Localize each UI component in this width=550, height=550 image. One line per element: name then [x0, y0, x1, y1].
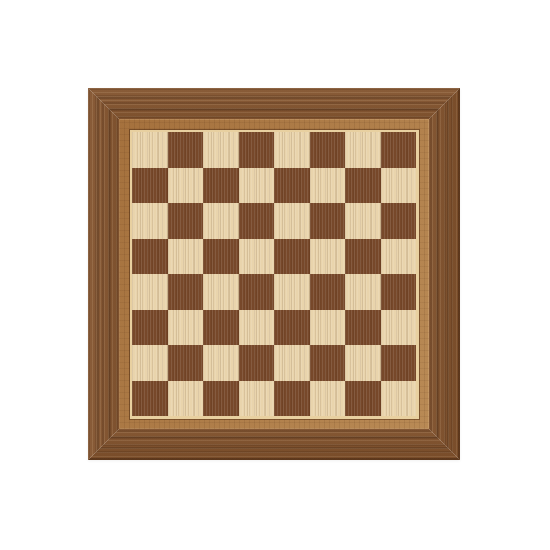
square-f2[interactable]: [310, 345, 346, 381]
square-g3[interactable]: [345, 310, 381, 346]
square-b7[interactable]: [168, 168, 204, 204]
square-h5[interactable]: [381, 239, 417, 275]
square-b3[interactable]: [168, 310, 204, 346]
square-d6[interactable]: [239, 203, 275, 239]
square-a4[interactable]: [132, 274, 168, 310]
square-c6[interactable]: [203, 203, 239, 239]
square-a5[interactable]: [132, 239, 168, 275]
square-h4[interactable]: [381, 274, 417, 310]
square-e5[interactable]: [274, 239, 310, 275]
page-background: { "game": { "name": "chess", "variant": …: [0, 0, 550, 550]
square-a3[interactable]: [132, 310, 168, 346]
square-e4[interactable]: [274, 274, 310, 310]
square-g1[interactable]: [345, 381, 381, 417]
square-h6[interactable]: [381, 203, 417, 239]
chessboard: [88, 88, 460, 460]
square-a2[interactable]: [132, 345, 168, 381]
square-h8[interactable]: [381, 132, 417, 168]
square-e7[interactable]: [274, 168, 310, 204]
square-f1[interactable]: [310, 381, 346, 417]
square-d5[interactable]: [239, 239, 275, 275]
square-h3[interactable]: [381, 310, 417, 346]
square-e8[interactable]: [274, 132, 310, 168]
square-f6[interactable]: [310, 203, 346, 239]
square-c1[interactable]: [203, 381, 239, 417]
board-squares: [132, 132, 416, 416]
square-c7[interactable]: [203, 168, 239, 204]
square-b5[interactable]: [168, 239, 204, 275]
square-g5[interactable]: [345, 239, 381, 275]
square-b2[interactable]: [168, 345, 204, 381]
square-d8[interactable]: [239, 132, 275, 168]
square-d1[interactable]: [239, 381, 275, 417]
square-f4[interactable]: [310, 274, 346, 310]
square-b4[interactable]: [168, 274, 204, 310]
square-a8[interactable]: [132, 132, 168, 168]
square-a6[interactable]: [132, 203, 168, 239]
square-c4[interactable]: [203, 274, 239, 310]
square-h7[interactable]: [381, 168, 417, 204]
square-b6[interactable]: [168, 203, 204, 239]
square-b1[interactable]: [168, 381, 204, 417]
square-c8[interactable]: [203, 132, 239, 168]
square-g6[interactable]: [345, 203, 381, 239]
square-h2[interactable]: [381, 345, 417, 381]
square-b8[interactable]: [168, 132, 204, 168]
square-f8[interactable]: [310, 132, 346, 168]
square-e2[interactable]: [274, 345, 310, 381]
square-e1[interactable]: [274, 381, 310, 417]
square-g2[interactable]: [345, 345, 381, 381]
square-c5[interactable]: [203, 239, 239, 275]
square-g7[interactable]: [345, 168, 381, 204]
square-c2[interactable]: [203, 345, 239, 381]
square-h1[interactable]: [381, 381, 417, 417]
square-e6[interactable]: [274, 203, 310, 239]
square-d4[interactable]: [239, 274, 275, 310]
square-g4[interactable]: [345, 274, 381, 310]
square-f3[interactable]: [310, 310, 346, 346]
square-e3[interactable]: [274, 310, 310, 346]
square-d2[interactable]: [239, 345, 275, 381]
square-d7[interactable]: [239, 168, 275, 204]
square-f7[interactable]: [310, 168, 346, 204]
square-d3[interactable]: [239, 310, 275, 346]
square-a1[interactable]: [132, 381, 168, 417]
square-f5[interactable]: [310, 239, 346, 275]
square-a7[interactable]: [132, 168, 168, 204]
square-g8[interactable]: [345, 132, 381, 168]
square-c3[interactable]: [203, 310, 239, 346]
